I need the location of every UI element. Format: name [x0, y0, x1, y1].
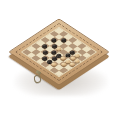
clasp-ring [33, 74, 41, 83]
checker-wood[interactable] [75, 59, 80, 63]
checker-wood[interactable] [70, 62, 75, 66]
checker-black[interactable] [52, 56, 57, 60]
checker-wood[interactable] [61, 62, 66, 66]
product-photo-stage [0, 0, 120, 120]
brass-clasp-icon [33, 70, 45, 84]
checker-black[interactable] [43, 50, 48, 54]
checker-black[interactable] [61, 38, 66, 42]
